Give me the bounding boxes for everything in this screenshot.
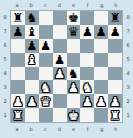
square-g5[interactable]	[94, 53, 108, 67]
rank-label-5: 5	[123, 52, 133, 66]
file-label-f: f	[81, 0, 95, 10]
square-e6[interactable]	[67, 39, 81, 53]
square-d8[interactable]	[53, 11, 67, 25]
piece-white-rook: ♜	[109, 109, 120, 122]
square-c8[interactable]	[39, 11, 53, 25]
square-b5[interactable]: ♝	[25, 53, 39, 67]
piece-black-pawn: ♟	[26, 39, 37, 52]
square-e4[interactable]: ♞	[67, 67, 81, 81]
file-label-a: a	[10, 0, 24, 10]
file-label-c: c	[38, 123, 52, 136]
piece-white-pawn: ♟	[68, 81, 79, 94]
square-b7[interactable]: ♝	[25, 25, 39, 39]
square-d5[interactable]: ♟	[53, 53, 67, 67]
piece-white-pawn: ♟	[96, 95, 107, 108]
file-label-d: d	[52, 0, 66, 10]
square-a8[interactable]: ♜	[11, 11, 25, 25]
square-b8[interactable]: ♞	[25, 11, 39, 25]
rank-label-6: 6	[0, 38, 10, 52]
square-c5[interactable]	[39, 53, 53, 67]
file-label-d: d	[52, 123, 66, 136]
piece-white-king: ♚	[68, 109, 79, 122]
piece-black-knight: ♞	[26, 11, 37, 24]
square-d1[interactable]	[53, 108, 67, 122]
rank-label-8: 8	[123, 10, 133, 24]
square-f6[interactable]	[80, 39, 94, 53]
square-a1[interactable]: ♜	[11, 108, 25, 122]
square-g1[interactable]	[94, 108, 108, 122]
square-g2[interactable]: ♟	[94, 94, 108, 108]
square-b2[interactable]: ♟	[25, 94, 39, 108]
rank-label-7: 7	[123, 24, 133, 38]
piece-white-pawn: ♟	[12, 95, 23, 108]
square-c6[interactable]: ♟	[39, 39, 53, 53]
square-h6[interactable]	[108, 39, 122, 53]
file-label-e: e	[67, 123, 81, 136]
piece-black-pawn: ♟	[12, 25, 23, 38]
file-label-h: h	[109, 123, 123, 136]
square-h2[interactable]: ♟	[108, 94, 122, 108]
square-g7[interactable]: ♟	[94, 25, 108, 39]
square-f7[interactable]: ♟	[80, 25, 94, 39]
square-d3[interactable]	[53, 80, 67, 94]
square-f5[interactable]	[80, 53, 94, 67]
square-c3[interactable]: ♞	[39, 80, 53, 94]
square-a6[interactable]	[11, 39, 25, 53]
square-c7[interactable]	[39, 25, 53, 39]
rank-labels-right: 87654321	[123, 10, 133, 123]
piece-black-rook: ♜	[109, 11, 120, 24]
square-f3[interactable]: ♞	[80, 80, 94, 94]
rank-label-6: 6	[123, 38, 133, 52]
piece-white-knight: ♞	[82, 81, 93, 94]
file-label-e: e	[67, 0, 81, 10]
square-a4[interactable]	[11, 67, 25, 81]
piece-white-pawn: ♟	[82, 95, 93, 108]
rank-label-3: 3	[123, 81, 133, 95]
piece-black-bishop: ♝	[26, 25, 37, 38]
file-label-a: a	[10, 123, 24, 136]
piece-white-rook: ♜	[12, 109, 23, 122]
file-labels-top: abcdefgh	[10, 0, 123, 10]
square-b3[interactable]	[25, 80, 39, 94]
square-e3[interactable]: ♟	[67, 80, 81, 94]
square-e1[interactable]: ♚	[67, 108, 81, 122]
square-a3[interactable]	[11, 80, 25, 94]
square-e5[interactable]	[67, 53, 81, 67]
rank-label-2: 2	[0, 95, 10, 109]
file-label-c: c	[38, 0, 52, 10]
rank-label-2: 2	[123, 95, 133, 109]
square-c2[interactable]: ♛	[39, 94, 53, 108]
file-label-h: h	[109, 0, 123, 10]
square-h3[interactable]	[108, 80, 122, 94]
piece-black-pawn: ♟	[82, 25, 93, 38]
rank-labels-left: 87654321	[0, 10, 10, 123]
rank-label-4: 4	[123, 67, 133, 81]
square-e7[interactable]: ♛	[67, 25, 81, 39]
chess-board: ♜♞♚♜♟♝♛♟♟♟♟♟♝♟♟♞♞♟♞♟♟♛♟♟♟♜♚♜	[10, 10, 123, 123]
square-d4[interactable]: ♟	[53, 67, 67, 81]
piece-black-queen: ♛	[68, 25, 79, 38]
square-d6[interactable]	[53, 39, 67, 53]
piece-black-king: ♚	[68, 11, 79, 24]
rank-label-5: 5	[0, 52, 10, 66]
rank-label-1: 1	[0, 109, 10, 123]
square-b1[interactable]	[25, 108, 39, 122]
square-a5[interactable]	[11, 53, 25, 67]
file-label-g: g	[95, 0, 109, 10]
piece-black-rook: ♜	[12, 11, 23, 24]
square-e2[interactable]	[67, 94, 81, 108]
piece-white-knight: ♞	[40, 81, 51, 94]
chess-board-diagram: abcdefgh 87654321 ♜♞♚♜♟♝♛♟♟♟♟♟♝♟♟♞♞♟♞♟♟♛…	[0, 0, 133, 138]
square-f1[interactable]	[80, 108, 94, 122]
square-d2[interactable]	[53, 94, 67, 108]
square-f4[interactable]	[80, 67, 94, 81]
piece-black-pawn: ♟	[54, 53, 65, 66]
square-g8[interactable]	[94, 11, 108, 25]
square-h7[interactable]: ♟	[108, 25, 122, 39]
piece-white-pawn: ♟	[109, 95, 120, 108]
square-g6[interactable]	[94, 39, 108, 53]
piece-white-pawn: ♟	[26, 95, 37, 108]
file-labels-bottom: abcdefgh	[10, 123, 123, 136]
rank-label-7: 7	[0, 24, 10, 38]
square-g3[interactable]	[94, 80, 108, 94]
piece-black-pawn: ♟	[109, 25, 120, 38]
square-b6[interactable]: ♟	[25, 39, 39, 53]
file-label-f: f	[81, 123, 95, 136]
rank-label-4: 4	[0, 67, 10, 81]
square-a2[interactable]: ♟	[11, 94, 25, 108]
file-label-b: b	[24, 0, 38, 10]
square-d7[interactable]	[53, 25, 67, 39]
square-a7[interactable]: ♟	[11, 25, 25, 39]
piece-black-pawn: ♟	[40, 39, 51, 52]
square-h1[interactable]: ♜	[108, 108, 122, 122]
square-c4[interactable]	[39, 67, 53, 81]
square-f2[interactable]: ♟	[80, 94, 94, 108]
square-f8[interactable]	[80, 11, 94, 25]
piece-white-pawn: ♟	[54, 67, 65, 80]
rank-label-1: 1	[123, 109, 133, 123]
square-h4[interactable]	[108, 67, 122, 81]
file-label-b: b	[24, 123, 38, 136]
rank-label-3: 3	[0, 81, 10, 95]
square-b4[interactable]	[25, 67, 39, 81]
piece-white-queen: ♛	[40, 95, 51, 108]
piece-black-knight: ♞	[68, 67, 79, 80]
rank-label-8: 8	[0, 10, 10, 24]
square-c1[interactable]	[39, 108, 53, 122]
square-h5[interactable]	[108, 53, 122, 67]
square-g4[interactable]	[94, 67, 108, 81]
piece-white-bishop: ♝	[26, 53, 37, 66]
square-e8[interactable]: ♚	[67, 11, 81, 25]
piece-black-pawn: ♟	[96, 25, 107, 38]
square-h8[interactable]: ♜	[108, 11, 122, 25]
file-label-g: g	[95, 123, 109, 136]
